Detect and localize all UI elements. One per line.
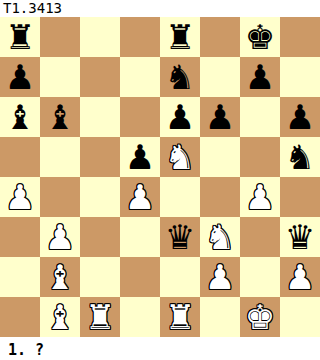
black-bishop[interactable]: ♝ xyxy=(45,97,75,137)
square-h5[interactable]: ♞ xyxy=(280,137,320,177)
square-b1[interactable]: ♝ xyxy=(40,297,80,337)
square-h2[interactable]: ♟ xyxy=(280,257,320,297)
puzzle-id: T1.3413 xyxy=(0,0,320,17)
white-pawn[interactable]: ♟ xyxy=(5,177,35,217)
black-queen[interactable]: ♛ xyxy=(285,217,315,257)
square-c5[interactable] xyxy=(80,137,120,177)
square-e5[interactable]: ♞ xyxy=(160,137,200,177)
square-g6[interactable] xyxy=(240,97,280,137)
square-e4[interactable] xyxy=(160,177,200,217)
square-b7[interactable] xyxy=(40,57,80,97)
square-e7[interactable]: ♞ xyxy=(160,57,200,97)
square-h1[interactable] xyxy=(280,297,320,337)
white-pawn[interactable]: ♟ xyxy=(45,217,75,257)
square-a3[interactable] xyxy=(0,217,40,257)
square-h8[interactable] xyxy=(280,17,320,57)
square-d1[interactable] xyxy=(120,297,160,337)
black-pawn[interactable]: ♟ xyxy=(205,97,235,137)
white-pawn[interactable]: ♟ xyxy=(125,177,155,217)
square-g8[interactable]: ♚ xyxy=(240,17,280,57)
square-c4[interactable] xyxy=(80,177,120,217)
square-f7[interactable] xyxy=(200,57,240,97)
black-bishop[interactable]: ♝ xyxy=(5,97,35,137)
square-c3[interactable] xyxy=(80,217,120,257)
square-a7[interactable]: ♟ xyxy=(0,57,40,97)
square-h7[interactable] xyxy=(280,57,320,97)
square-h4[interactable] xyxy=(280,177,320,217)
square-c6[interactable] xyxy=(80,97,120,137)
square-e1[interactable]: ♜ xyxy=(160,297,200,337)
black-rook[interactable]: ♜ xyxy=(5,17,35,57)
square-a2[interactable] xyxy=(0,257,40,297)
square-c7[interactable] xyxy=(80,57,120,97)
square-g2[interactable] xyxy=(240,257,280,297)
black-pawn[interactable]: ♟ xyxy=(245,57,275,97)
white-knight[interactable]: ♞ xyxy=(165,137,195,177)
black-pawn[interactable]: ♟ xyxy=(5,57,35,97)
square-b2[interactable]: ♝ xyxy=(40,257,80,297)
square-h3[interactable]: ♛ xyxy=(280,217,320,257)
square-e8[interactable]: ♜ xyxy=(160,17,200,57)
square-g7[interactable]: ♟ xyxy=(240,57,280,97)
square-d3[interactable] xyxy=(120,217,160,257)
square-a1[interactable] xyxy=(0,297,40,337)
square-b5[interactable] xyxy=(40,137,80,177)
white-rook[interactable]: ♜ xyxy=(85,297,115,337)
white-rook[interactable]: ♜ xyxy=(165,297,195,337)
chess-puzzle-page: T1.3413 ♜♜♚♟♞♟♝♝♟♟♟♟♞♞♟♟♟♟♛♞♛♝♟♟♝♜♜♚ 1. … xyxy=(0,0,320,360)
black-king[interactable]: ♚ xyxy=(245,17,275,57)
chess-board: ♜♜♚♟♞♟♝♝♟♟♟♟♞♞♟♟♟♟♛♞♛♝♟♟♝♜♜♚ xyxy=(0,17,320,337)
square-c1[interactable]: ♜ xyxy=(80,297,120,337)
square-f6[interactable]: ♟ xyxy=(200,97,240,137)
square-d8[interactable] xyxy=(120,17,160,57)
square-h6[interactable]: ♟ xyxy=(280,97,320,137)
white-king[interactable]: ♚ xyxy=(245,297,275,337)
square-e2[interactable] xyxy=(160,257,200,297)
square-d6[interactable] xyxy=(120,97,160,137)
black-knight[interactable]: ♞ xyxy=(165,57,195,97)
square-d4[interactable]: ♟ xyxy=(120,177,160,217)
square-b3[interactable]: ♟ xyxy=(40,217,80,257)
black-queen[interactable]: ♛ xyxy=(165,217,195,257)
square-f3[interactable]: ♞ xyxy=(200,217,240,257)
square-a6[interactable]: ♝ xyxy=(0,97,40,137)
black-pawn[interactable]: ♟ xyxy=(285,97,315,137)
square-b8[interactable] xyxy=(40,17,80,57)
square-g4[interactable]: ♟ xyxy=(240,177,280,217)
square-g1[interactable]: ♚ xyxy=(240,297,280,337)
white-bishop[interactable]: ♝ xyxy=(45,297,75,337)
square-f1[interactable] xyxy=(200,297,240,337)
square-d7[interactable] xyxy=(120,57,160,97)
square-c2[interactable] xyxy=(80,257,120,297)
square-f8[interactable] xyxy=(200,17,240,57)
square-f4[interactable] xyxy=(200,177,240,217)
square-a4[interactable]: ♟ xyxy=(0,177,40,217)
square-e6[interactable]: ♟ xyxy=(160,97,200,137)
white-bishop[interactable]: ♝ xyxy=(45,257,75,297)
black-knight[interactable]: ♞ xyxy=(285,137,315,177)
square-e3[interactable]: ♛ xyxy=(160,217,200,257)
square-b4[interactable] xyxy=(40,177,80,217)
white-knight[interactable]: ♞ xyxy=(205,217,235,257)
square-g5[interactable] xyxy=(240,137,280,177)
square-g3[interactable] xyxy=(240,217,280,257)
square-a5[interactable] xyxy=(0,137,40,177)
square-c8[interactable] xyxy=(80,17,120,57)
move-prompt: 1. ? xyxy=(0,337,320,360)
square-f2[interactable]: ♟ xyxy=(200,257,240,297)
black-pawn[interactable]: ♟ xyxy=(165,97,195,137)
white-pawn[interactable]: ♟ xyxy=(285,257,315,297)
square-a8[interactable]: ♜ xyxy=(0,17,40,57)
square-f5[interactable] xyxy=(200,137,240,177)
black-pawn[interactable]: ♟ xyxy=(125,137,155,177)
white-pawn[interactable]: ♟ xyxy=(205,257,235,297)
white-pawn[interactable]: ♟ xyxy=(245,177,275,217)
square-d5[interactable]: ♟ xyxy=(120,137,160,177)
black-rook[interactable]: ♜ xyxy=(165,17,195,57)
square-d2[interactable] xyxy=(120,257,160,297)
square-b6[interactable]: ♝ xyxy=(40,97,80,137)
